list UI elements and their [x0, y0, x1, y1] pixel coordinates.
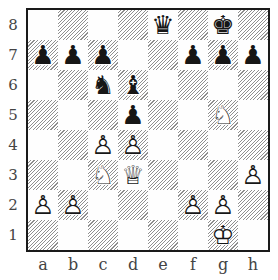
pawn-icon: ♙	[118, 130, 148, 160]
square-b8[interactable]	[58, 10, 88, 40]
square-f4[interactable]	[178, 130, 208, 160]
white-pawn-a2[interactable]: ♟♙	[28, 190, 58, 220]
white-pawn-c4[interactable]: ♟♙	[88, 130, 118, 160]
rank-label-4: 4	[0, 130, 26, 160]
black-pawn-d5[interactable]: ♟♟	[118, 100, 148, 130]
square-g2[interactable]: ♟♙	[208, 190, 238, 220]
file-labels: abcdefgh	[28, 253, 268, 275]
bishop-icon: ♝	[118, 70, 148, 100]
file-label-h: h	[238, 253, 268, 275]
square-a5[interactable]	[28, 100, 58, 130]
king-icon: ♚	[208, 10, 238, 40]
square-h1[interactable]	[238, 220, 268, 250]
square-f8[interactable]	[178, 10, 208, 40]
square-d5[interactable]: ♟♟	[118, 100, 148, 130]
rank-label-3: 3	[0, 160, 26, 190]
pawn-icon: ♙	[28, 190, 58, 220]
file-label-b: b	[58, 253, 88, 275]
queen-icon: ♕	[118, 160, 148, 190]
black-pawn-h7[interactable]: ♟♟	[238, 40, 268, 70]
square-g1[interactable]: ♚♔	[208, 220, 238, 250]
black-pawn-a7[interactable]: ♟♟	[28, 40, 58, 70]
rank-label-2: 2	[0, 190, 26, 220]
square-d1[interactable]	[118, 220, 148, 250]
square-e3[interactable]	[148, 160, 178, 190]
pawn-icon: ♙	[58, 190, 88, 220]
knight-icon: ♞	[88, 70, 118, 100]
square-g7[interactable]: ♟♟	[208, 40, 238, 70]
square-f1[interactable]	[178, 220, 208, 250]
square-c7[interactable]: ♟♟	[88, 40, 118, 70]
white-pawn-b2[interactable]: ♟♙	[58, 190, 88, 220]
pawn-icon: ♙	[238, 160, 268, 190]
square-c5[interactable]	[88, 100, 118, 130]
pawn-icon: ♟	[88, 40, 118, 70]
file-label-c: c	[88, 253, 118, 275]
pawn-icon: ♟	[118, 100, 148, 130]
square-a2[interactable]: ♟♙	[28, 190, 58, 220]
pawn-icon: ♟	[58, 40, 88, 70]
white-knight-g5[interactable]: ♞♘	[208, 100, 238, 130]
square-g6[interactable]	[208, 70, 238, 100]
square-b1[interactable]	[58, 220, 88, 250]
square-c3[interactable]: ♞♘	[88, 160, 118, 190]
pawn-icon: ♙	[88, 130, 118, 160]
square-a1[interactable]	[28, 220, 58, 250]
white-pawn-d4[interactable]: ♟♙	[118, 130, 148, 160]
black-king-g8[interactable]: ♚♚	[208, 10, 238, 40]
square-e8[interactable]: ♛♛	[148, 10, 178, 40]
file-label-f: f	[178, 253, 208, 275]
rank-label-1: 1	[0, 220, 26, 250]
square-e1[interactable]	[148, 220, 178, 250]
white-queen-d3[interactable]: ♛♕	[118, 160, 148, 190]
white-pawn-h3[interactable]: ♟♙	[238, 160, 268, 190]
square-h8[interactable]	[238, 10, 268, 40]
square-h6[interactable]	[238, 70, 268, 100]
square-b5[interactable]	[58, 100, 88, 130]
knight-icon: ♘	[208, 100, 238, 130]
square-f7[interactable]: ♟♟	[178, 40, 208, 70]
black-knight-c6[interactable]: ♞♞	[88, 70, 118, 100]
rank-label-6: 6	[0, 70, 26, 100]
square-f6[interactable]	[178, 70, 208, 100]
file-label-d: d	[118, 253, 148, 275]
square-e6[interactable]	[148, 70, 178, 100]
square-d2[interactable]	[118, 190, 148, 220]
square-b6[interactable]	[58, 70, 88, 100]
square-c1[interactable]	[88, 220, 118, 250]
square-d7[interactable]	[118, 40, 148, 70]
pawn-icon: ♙	[208, 190, 238, 220]
file-label-a: a	[28, 253, 58, 275]
file-label-g: g	[208, 253, 238, 275]
square-e4[interactable]	[148, 130, 178, 160]
black-queen-e8[interactable]: ♛♛	[148, 10, 178, 40]
square-a4[interactable]	[28, 130, 58, 160]
square-h3[interactable]: ♟♙	[238, 160, 268, 190]
square-g3[interactable]	[208, 160, 238, 190]
square-f2[interactable]: ♟♙	[178, 190, 208, 220]
rank-label-8: 8	[0, 10, 26, 40]
square-e2[interactable]	[148, 190, 178, 220]
square-e5[interactable]	[148, 100, 178, 130]
white-pawn-g2[interactable]: ♟♙	[208, 190, 238, 220]
square-h7[interactable]: ♟♟	[238, 40, 268, 70]
file-label-e: e	[148, 253, 178, 275]
black-pawn-c7[interactable]: ♟♟	[88, 40, 118, 70]
square-d8[interactable]	[118, 10, 148, 40]
square-d6[interactable]: ♝♝	[118, 70, 148, 100]
pawn-icon: ♟	[178, 40, 208, 70]
rank-label-7: 7	[0, 40, 26, 70]
chess-diagram: 87654321 ♛♛♚♚♟♟♟♟♟♟♟♟♟♟♟♟♞♞♝♝♟♟♞♘♟♙♟♙♞♘♛…	[0, 0, 278, 280]
black-bishop-d6[interactable]: ♝♝	[118, 70, 148, 100]
square-f3[interactable]	[178, 160, 208, 190]
square-c4[interactable]: ♟♙	[88, 130, 118, 160]
square-g8[interactable]: ♚♚	[208, 10, 238, 40]
square-h4[interactable]	[238, 130, 268, 160]
square-b4[interactable]	[58, 130, 88, 160]
rank-labels: 87654321	[0, 10, 26, 250]
square-b3[interactable]	[58, 160, 88, 190]
square-b7[interactable]: ♟♟	[58, 40, 88, 70]
square-c6[interactable]: ♞♞	[88, 70, 118, 100]
white-king-g1[interactable]: ♚♔	[208, 220, 238, 250]
pawn-icon: ♟	[28, 40, 58, 70]
white-pawn-f2[interactable]: ♟♙	[178, 190, 208, 220]
square-g4[interactable]	[208, 130, 238, 160]
square-a3[interactable]	[28, 160, 58, 190]
square-e7[interactable]	[148, 40, 178, 70]
square-a7[interactable]: ♟♟	[28, 40, 58, 70]
black-pawn-b7[interactable]: ♟♟	[58, 40, 88, 70]
square-d4[interactable]: ♟♙	[118, 130, 148, 160]
queen-icon: ♛	[148, 10, 178, 40]
white-knight-c3[interactable]: ♞♘	[88, 160, 118, 190]
square-g5[interactable]: ♞♘	[208, 100, 238, 130]
black-pawn-g7[interactable]: ♟♟	[208, 40, 238, 70]
chess-board: ♛♛♚♚♟♟♟♟♟♟♟♟♟♟♟♟♞♞♝♝♟♟♞♘♟♙♟♙♞♘♛♕♟♙♟♙♟♙♟♙…	[26, 8, 270, 252]
square-c2[interactable]	[88, 190, 118, 220]
square-a6[interactable]	[28, 70, 58, 100]
pawn-icon: ♙	[178, 190, 208, 220]
square-h5[interactable]	[238, 100, 268, 130]
king-icon: ♔	[208, 220, 238, 250]
square-a8[interactable]	[28, 10, 58, 40]
square-h2[interactable]	[238, 190, 268, 220]
pawn-icon: ♟	[208, 40, 238, 70]
square-d3[interactable]: ♛♕	[118, 160, 148, 190]
square-b2[interactable]: ♟♙	[58, 190, 88, 220]
square-c8[interactable]	[88, 10, 118, 40]
square-f5[interactable]	[178, 100, 208, 130]
black-pawn-f7[interactable]: ♟♟	[178, 40, 208, 70]
pawn-icon: ♟	[238, 40, 268, 70]
rank-label-5: 5	[0, 100, 26, 130]
knight-icon: ♘	[88, 160, 118, 190]
